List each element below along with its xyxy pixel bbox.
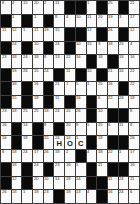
cell-code-number: 19 — [12, 69, 17, 73]
cell-code-number: 8 — [130, 123, 132, 127]
letter-cell[interactable]: 2 — [44, 1, 54, 14]
block-cell — [97, 1, 107, 14]
cell-code-number: 16 — [119, 69, 124, 73]
letter-cell[interactable]: 10 — [76, 42, 86, 55]
cell-code-number: 24 — [55, 42, 60, 46]
letter-cell[interactable]: 19 — [44, 28, 54, 41]
cell-code-number: 11 — [108, 177, 112, 181]
cell-code-number: 25 — [98, 82, 103, 86]
cell-code-number: 15 — [66, 109, 71, 113]
cell-code-number: 5 — [87, 123, 89, 127]
letter-cell[interactable]: 8 — [129, 109, 139, 122]
letter-cell[interactable]: 24 — [22, 55, 32, 68]
letter-cell[interactable]: 5 — [87, 123, 97, 136]
letter-cell[interactable]: 18 — [22, 136, 32, 149]
cell-code-number: 25 — [108, 1, 113, 5]
letter-cell[interactable]: 24 — [22, 150, 32, 163]
cell-code-number: 10 — [44, 177, 49, 181]
letter-cell[interactable]: 21 — [54, 82, 64, 95]
codeword-board: 8415202111252111841011201931711121111915… — [0, 0, 140, 204]
letter-cell[interactable]: 15 — [12, 96, 22, 109]
block-cell — [12, 123, 22, 136]
cell-code-number: 17 — [130, 15, 135, 19]
letter-cell[interactable]: 8 — [44, 123, 54, 136]
block-cell — [97, 28, 107, 41]
letter-cell[interactable]: 24 — [54, 42, 64, 55]
letter-cell[interactable]: 1 — [87, 1, 97, 14]
letter-cell[interactable]: 18 — [33, 55, 43, 68]
cell-code-number: 16 — [76, 55, 81, 59]
letter-cell[interactable]: 10 — [33, 42, 43, 55]
cell-code-number: 18 — [12, 109, 17, 113]
block-cell — [76, 1, 86, 14]
cell-code-number: 8 — [2, 150, 4, 154]
solved-letter: O — [65, 140, 75, 148]
cell-code-number: 18 — [12, 163, 17, 167]
letter-cell[interactable]: 25 — [108, 1, 118, 14]
letter-cell[interactable]: 18 — [65, 163, 75, 176]
block-cell — [119, 163, 129, 176]
letter-cell[interactable]: 18 — [65, 177, 75, 190]
letter-cell[interactable]: 1 — [22, 190, 32, 203]
cell-code-number: 14 — [23, 123, 28, 127]
block-cell — [33, 136, 43, 149]
cell-code-number: 26 — [76, 109, 81, 113]
cell-code-number: 1 — [23, 190, 25, 194]
letter-cell[interactable]: 16 — [76, 96, 86, 109]
cell-code-number: 12 — [12, 177, 17, 181]
letter-cell[interactable]: 18 — [12, 163, 22, 176]
letter-cell[interactable]: 16 — [129, 55, 139, 68]
letter-cell[interactable]: 26 — [119, 96, 129, 109]
letter-cell[interactable]: 21 — [129, 1, 139, 14]
letter-cell[interactable]: 14 — [54, 177, 64, 190]
letter-cell[interactable]: 23 — [1, 55, 11, 68]
letter-cell[interactable]: 16 — [1, 123, 11, 136]
letter-cell[interactable]: 13 — [76, 190, 86, 203]
letter-cell[interactable]: 18 — [12, 150, 22, 163]
cell-code-number: 5 — [76, 163, 78, 167]
cell-code-number: 18 — [98, 136, 103, 140]
cell-code-number: 12 — [12, 28, 17, 32]
cell-code-number: 15 — [44, 136, 49, 140]
letter-cell[interactable]: 10 — [87, 69, 97, 82]
letter-cell[interactable]: 25 — [33, 109, 43, 122]
letter-cell[interactable]: 5 — [76, 163, 86, 176]
letter-cell[interactable]: 15 — [33, 69, 43, 82]
letter-cell[interactable]: 15 — [54, 28, 64, 41]
letter-cell[interactable]: 11 — [54, 96, 64, 109]
cell-code-number: 22 — [130, 69, 135, 73]
letter-cell[interactable]: 1 — [22, 28, 32, 41]
letter-cell[interactable]: 5C — [76, 136, 86, 149]
cell-code-number: 16 — [2, 123, 7, 127]
cell-code-number: 18 — [34, 96, 39, 100]
letter-cell[interactable]: 18 — [12, 109, 22, 122]
letter-cell[interactable]: 12 — [12, 177, 22, 190]
cell-code-number: 14 — [55, 177, 60, 181]
block-cell — [119, 1, 129, 14]
letter-cell[interactable]: 18 — [44, 109, 54, 122]
block-cell — [87, 55, 97, 68]
letter-cell[interactable]: 20 — [97, 15, 107, 28]
cell-code-number: 3 — [119, 15, 121, 19]
letter-cell[interactable]: 20 — [33, 177, 43, 190]
block-cell — [108, 55, 118, 68]
letter-cell[interactable]: 16 — [76, 55, 86, 68]
cell-code-number: 18 — [98, 150, 103, 154]
letter-cell[interactable]: 14O — [65, 136, 75, 149]
letter-cell[interactable]: 25 — [119, 42, 129, 55]
letter-cell[interactable]: 18 — [33, 190, 43, 203]
letter-cell[interactable]: 19 — [108, 15, 118, 28]
cell-code-number: 16 — [108, 190, 113, 194]
letter-cell[interactable]: 18 — [129, 96, 139, 109]
cell-code-number: 22 — [130, 82, 135, 86]
cell-code-number: 11 — [87, 15, 91, 19]
letter-cell[interactable]: 4 — [12, 1, 22, 14]
letter-cell[interactable]: 1 — [33, 15, 43, 28]
cell-code-number: 6 — [108, 123, 110, 127]
block-cell — [119, 136, 129, 149]
cell-code-number: 26 — [23, 69, 28, 73]
block-cell — [65, 42, 75, 55]
block-cell — [97, 69, 107, 82]
block-cell — [87, 136, 97, 149]
block-cell — [76, 28, 86, 41]
letter-cell[interactable]: 19 — [12, 69, 22, 82]
letter-cell[interactable]: 1 — [65, 82, 75, 95]
cell-code-number: 4 — [87, 150, 89, 154]
letter-cell[interactable]: 4 — [87, 150, 97, 163]
cell-code-number: 18 — [44, 109, 49, 113]
cell-code-number: 18 — [66, 190, 71, 194]
block-cell — [54, 190, 64, 203]
letter-cell[interactable]: 22 — [129, 82, 139, 95]
letter-cell[interactable]: 18 — [12, 190, 22, 203]
letter-cell[interactable]: 11 — [129, 177, 139, 190]
letter-cell[interactable]: 12 — [87, 28, 97, 41]
cell-code-number: 26 — [2, 190, 7, 194]
letter-cell[interactable]: 15 — [44, 136, 54, 149]
cell-code-number: 16 — [34, 82, 39, 86]
block-cell — [97, 190, 107, 203]
letter-cell[interactable]: 2 — [65, 150, 75, 163]
letter-cell[interactable]: 20 — [33, 1, 43, 14]
letter-cell[interactable]: 16 — [119, 69, 129, 82]
letter-cell[interactable]: 18 — [119, 55, 129, 68]
cell-code-number: 19 — [108, 15, 113, 19]
letter-cell[interactable]: 11 — [65, 69, 75, 82]
block-cell — [76, 150, 86, 163]
cell-code-number: 21 — [108, 69, 113, 73]
letter-cell[interactable]: 12 — [12, 28, 22, 41]
cell-code-number: 18 — [66, 163, 71, 167]
letter-cell[interactable]: 9 — [76, 123, 86, 136]
letter-cell[interactable]: 11 — [87, 15, 97, 28]
cell-code-number: 18 — [130, 96, 135, 100]
letter-cell[interactable]: 1 — [12, 15, 22, 28]
cell-code-number: 18 — [12, 190, 17, 194]
letter-cell[interactable]: 16 — [108, 82, 118, 95]
block-cell — [44, 15, 54, 28]
letter-cell[interactable]: 16 — [108, 190, 118, 203]
cell-code-number: 24 — [76, 177, 81, 181]
block-cell — [12, 136, 22, 149]
cell-code-number: 24 — [44, 69, 49, 73]
cell-code-number: 18 — [12, 82, 17, 86]
cell-code-number: 18 — [12, 150, 17, 154]
letter-cell[interactable]: 17 — [129, 150, 139, 163]
cell-code-number: 24 — [23, 150, 28, 154]
letter-cell[interactable]: 18 — [97, 55, 107, 68]
letter-cell[interactable]: 4 — [129, 42, 139, 55]
letter-cell[interactable]: 18 — [97, 136, 107, 149]
letter-cell[interactable]: 21 — [108, 69, 118, 82]
letter-cell[interactable]: 10 — [44, 177, 54, 190]
letter-cell[interactable]: 24 — [76, 177, 86, 190]
letter-cell[interactable]: 8 — [129, 123, 139, 136]
cell-code-number: 5 — [76, 82, 78, 86]
cell-code-number: 1 — [66, 82, 68, 86]
codeword-puzzle: 8415202111252111841011201931711121111915… — [0, 0, 140, 204]
letter-cell[interactable]: 25 — [97, 82, 107, 95]
letter-cell[interactable]: 26 — [108, 28, 118, 41]
cell-code-number: 8 — [130, 109, 132, 113]
letter-cell[interactable]: 12 — [129, 28, 139, 41]
letter-cell[interactable]: 14 — [22, 123, 32, 136]
letter-cell[interactable]: 23 — [54, 163, 64, 176]
cell-code-number: 18 — [23, 136, 28, 140]
block-cell — [76, 69, 86, 82]
letter-cell[interactable]: 22 — [108, 96, 118, 109]
cell-code-number: 17 — [130, 150, 135, 154]
cell-code-number: 25 — [119, 42, 124, 46]
letter-cell[interactable]: 11 — [33, 28, 43, 41]
cell-code-number: 10 — [87, 69, 92, 73]
letter-cell[interactable]: 18 — [33, 96, 43, 109]
letter-cell[interactable]: 18 — [97, 150, 107, 163]
block-cell — [97, 177, 107, 190]
cell-code-number: 4 — [130, 42, 132, 46]
cell-code-number: 8 — [44, 55, 46, 59]
letter-cell[interactable]: 24 — [119, 190, 129, 203]
cell-code-number: 2 — [66, 150, 68, 154]
block-cell — [87, 109, 97, 122]
cell-code-number: 3 — [98, 42, 100, 46]
block-cell — [44, 82, 54, 95]
block-cell — [87, 163, 97, 176]
cell-code-number: 9 — [76, 123, 78, 127]
cell-code-number: 21 — [55, 82, 60, 86]
letter-cell[interactable]: 5 — [76, 82, 86, 95]
cell-code-number: 24 — [119, 177, 124, 181]
cell-code-number: 10 — [34, 42, 39, 46]
block-cell — [1, 163, 11, 176]
cell-code-number: 1 — [87, 1, 89, 5]
cell-code-number: 6 — [98, 96, 100, 100]
solved-letter: H — [54, 140, 64, 148]
cell-code-number: 18 — [130, 163, 135, 167]
letter-cell[interactable]: 20 — [65, 123, 75, 136]
cell-code-number: 11 — [119, 123, 123, 127]
letter-cell[interactable]: 8 — [44, 55, 54, 68]
letter-cell[interactable]: 18 — [12, 82, 22, 95]
block-cell — [22, 163, 32, 176]
letter-cell[interactable]: 8 — [54, 15, 64, 28]
cell-code-number: 15 — [12, 96, 17, 100]
letter-cell[interactable]: 11 — [97, 163, 107, 176]
cell-code-number: 16 — [108, 82, 113, 86]
block-cell — [22, 82, 32, 95]
letter-cell[interactable]: 17 — [33, 150, 43, 163]
cell-code-number: 4 — [66, 15, 68, 19]
letter-cell[interactable]: 24 — [119, 177, 129, 190]
letter-cell[interactable]: 1 — [119, 150, 129, 163]
cell-code-number: 20 — [66, 123, 71, 127]
block-cell — [1, 177, 11, 190]
block-cell — [22, 177, 32, 190]
cell-code-number: 10 — [76, 42, 81, 46]
cell-code-number: 23 — [2, 55, 7, 59]
cell-code-number: 24 — [34, 163, 39, 167]
letter-cell[interactable]: 6 — [108, 123, 118, 136]
letter-cell[interactable]: 17 — [129, 15, 139, 28]
letter-cell[interactable]: 26 — [76, 109, 86, 122]
letter-cell[interactable]: 3 — [97, 42, 107, 55]
letter-cell[interactable]: 18 — [12, 55, 22, 68]
cell-code-number: 1 — [87, 82, 89, 86]
letter-cell[interactable]: 4 — [65, 15, 75, 28]
cell-code-number: 22 — [66, 55, 71, 59]
letter-cell[interactable]: 25 — [22, 109, 32, 122]
letter-cell[interactable]: 16 — [33, 82, 43, 95]
letter-cell[interactable]: 26 — [22, 69, 32, 82]
cell-code-number: 22 — [108, 96, 113, 100]
cell-code-number: 20 — [34, 177, 39, 181]
cell-code-number: 23 — [55, 163, 60, 167]
letter-cell[interactable]: 1 — [87, 82, 97, 95]
block-cell — [87, 96, 97, 109]
letter-cell[interactable]: 18 — [108, 42, 118, 55]
letter-cell[interactable]: 8 — [1, 150, 11, 163]
cell-code-number: 12 — [87, 28, 92, 32]
cell-code-number: 17 — [34, 150, 39, 154]
cell-code-number: 19 — [44, 28, 49, 32]
block-cell — [119, 82, 129, 95]
letter-cell[interactable]: 23 — [1, 109, 11, 122]
cell-code-number: 8 — [2, 1, 4, 5]
cell-code-number: 23 — [44, 190, 49, 194]
cell-code-number: 18 — [34, 55, 39, 59]
cell-code-number: 8 — [44, 123, 46, 127]
letter-cell[interactable]: 11 — [108, 177, 118, 190]
letter-cell[interactable]: 15 — [97, 123, 107, 136]
cell-code-number: 11 — [98, 163, 102, 167]
letter-cell[interactable]: 22 — [108, 150, 118, 163]
cell-code-number: 11 — [55, 1, 59, 5]
block-cell — [22, 96, 32, 109]
block-cell — [1, 69, 11, 82]
letter-cell[interactable]: 24 — [44, 69, 54, 82]
letter-cell[interactable]: 22 — [129, 69, 139, 82]
letter-cell[interactable]: 6 — [97, 96, 107, 109]
letter-cell[interactable]: 10 — [76, 15, 86, 28]
cell-code-number: 26 — [119, 96, 124, 100]
cell-code-number: 15 — [34, 69, 39, 73]
cell-code-number: 24 — [119, 190, 124, 194]
block-cell — [1, 15, 11, 28]
letter-cell[interactable]: 26 — [44, 150, 54, 163]
letter-cell[interactable]: 3 — [119, 15, 129, 28]
cell-code-number: 20 — [34, 1, 39, 5]
letter-cell[interactable]: 24 — [12, 42, 22, 55]
solved-letter: C — [76, 140, 86, 148]
letter-cell[interactable]: 8 — [1, 1, 11, 14]
cell-code-number: 18 — [66, 177, 71, 181]
letter-cell[interactable]: 13 — [54, 55, 64, 68]
cell-code-number: 18 — [34, 190, 39, 194]
letter-cell[interactable]: 23 — [44, 190, 54, 203]
cell-code-number: 11 — [66, 69, 70, 73]
letter-cell[interactable]: 11 — [1, 28, 11, 41]
cell-code-number: 4 — [12, 1, 14, 5]
letter-cell[interactable]: 24H — [54, 136, 64, 149]
cell-code-number: 11 — [130, 177, 134, 181]
block-cell — [1, 96, 11, 109]
cell-code-number: 1 — [23, 28, 25, 32]
block-cell — [119, 109, 129, 122]
cell-code-number: 18 — [55, 150, 60, 154]
cell-code-number: 13 — [55, 55, 60, 59]
cell-code-number: 16 — [2, 136, 7, 140]
cell-code-number: 24 — [55, 109, 60, 113]
letter-cell[interactable]: 15 — [65, 109, 75, 122]
letter-cell[interactable]: 18 — [65, 190, 75, 203]
block-cell — [22, 42, 32, 55]
cell-code-number: 16 — [130, 55, 135, 59]
block-cell — [65, 28, 75, 41]
block-cell — [44, 42, 54, 55]
letter-cell[interactable]: 26 — [1, 190, 11, 203]
cell-code-number: 26 — [108, 28, 113, 32]
block-cell — [44, 163, 54, 176]
letter-cell[interactable]: 4 — [87, 190, 97, 203]
letter-cell[interactable]: 24 — [54, 109, 64, 122]
letter-cell[interactable]: 24 — [33, 163, 43, 176]
letter-cell[interactable]: 26 — [129, 136, 139, 149]
letter-cell[interactable]: 10 — [97, 109, 107, 122]
cell-code-number: 10 — [76, 15, 81, 19]
letter-cell[interactable]: 11 — [54, 1, 64, 14]
cell-code-number: 18 — [108, 42, 113, 46]
letter-cell[interactable]: 11 — [119, 123, 129, 136]
letter-cell[interactable]: 22 — [65, 55, 75, 68]
letter-cell[interactable]: 18 — [129, 163, 139, 176]
cell-code-number: 20 — [98, 15, 103, 19]
letter-cell[interactable]: 15 — [22, 1, 32, 14]
letter-cell[interactable]: 6 — [129, 190, 139, 203]
cell-code-number: 25 — [23, 109, 28, 113]
letter-cell[interactable]: 16 — [1, 136, 11, 149]
cell-code-number: 2 — [44, 1, 46, 5]
cell-code-number: 11 — [2, 28, 6, 32]
block-cell — [22, 15, 32, 28]
block-cell — [65, 96, 75, 109]
block-cell — [119, 28, 129, 41]
letter-cell[interactable]: 15 — [87, 42, 97, 55]
letter-cell[interactable]: 18 — [54, 150, 64, 163]
